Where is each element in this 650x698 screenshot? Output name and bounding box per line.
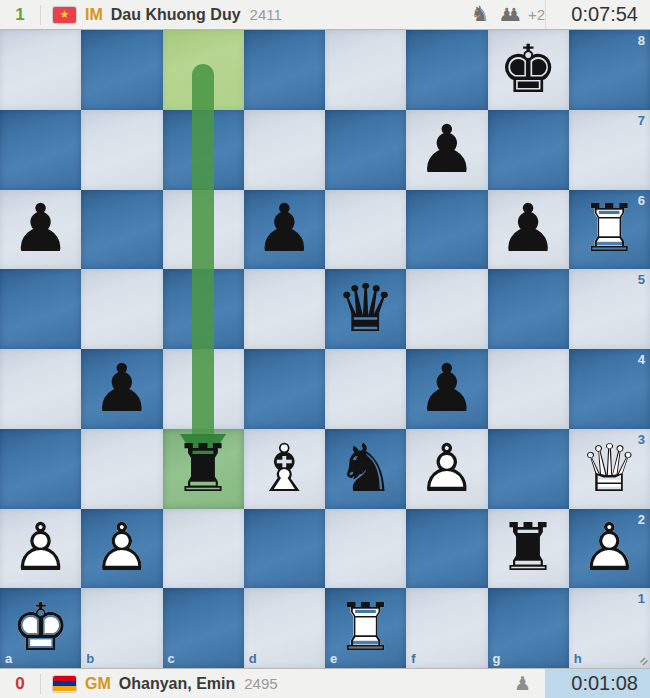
square-d4[interactable] bbox=[244, 349, 325, 429]
square-a7[interactable] bbox=[0, 110, 81, 190]
square-f7[interactable]: ♟ bbox=[406, 110, 487, 190]
square-d5[interactable] bbox=[244, 269, 325, 349]
square-b8[interactable] bbox=[81, 30, 162, 110]
square-f3[interactable]: ♟♙ bbox=[406, 429, 487, 509]
top-player-name: Dau Khuong Duy bbox=[111, 6, 241, 24]
square-g7[interactable] bbox=[488, 110, 569, 190]
captured-material: ♞ ♟♟ +2 bbox=[471, 4, 545, 25]
square-e3[interactable]: ♞ bbox=[325, 429, 406, 509]
square-b1[interactable]: b bbox=[81, 588, 162, 668]
square-e2[interactable] bbox=[325, 509, 406, 589]
square-f5[interactable] bbox=[406, 269, 487, 349]
square-d7[interactable] bbox=[244, 110, 325, 190]
piece-black-pawn[interactable]: ♟ bbox=[81, 349, 162, 429]
piece-white-pawn[interactable]: ♟♙ bbox=[0, 509, 81, 589]
piece-outline: ♙ bbox=[92, 515, 151, 581]
piece-white-bishop[interactable]: ♝♗ bbox=[244, 429, 325, 509]
piece-white-rook[interactable]: ♜♖ bbox=[569, 190, 650, 270]
file-label-d: d bbox=[249, 652, 257, 665]
top-player-score: 1 bbox=[0, 5, 40, 25]
captured-pawns-icon: ♟♟ bbox=[499, 6, 522, 24]
square-h7[interactable]: 7 bbox=[569, 110, 650, 190]
piece-outline: ♔ bbox=[11, 595, 70, 661]
square-e1[interactable]: e♜♖ bbox=[325, 588, 406, 668]
square-d3[interactable]: ♝♗ bbox=[244, 429, 325, 509]
piece-outline: ♕ bbox=[580, 436, 639, 502]
piece-outline: ♙ bbox=[580, 515, 639, 581]
piece-black-queen[interactable]: ♛ bbox=[325, 269, 406, 349]
square-d6[interactable]: ♟ bbox=[244, 190, 325, 270]
file-label-c: c bbox=[168, 652, 175, 665]
chess-board: ♚8♟7♟♟♟6♜♖♛5♟♟4♜♝♗♞♟♙3♛♕♟♙♟♙♜2♟♙a♚♔bcde♜… bbox=[0, 30, 650, 668]
piece-black-knight[interactable]: ♞ bbox=[325, 429, 406, 509]
square-b5[interactable] bbox=[81, 269, 162, 349]
rank-label-5: 5 bbox=[638, 273, 645, 286]
top-player-clock: 0:07:54 bbox=[545, 0, 650, 29]
square-g4[interactable] bbox=[488, 349, 569, 429]
square-e6[interactable] bbox=[325, 190, 406, 270]
square-a1[interactable]: a♚♔ bbox=[0, 588, 81, 668]
file-label-h: h bbox=[574, 652, 582, 665]
square-g3[interactable] bbox=[488, 429, 569, 509]
piece-black-rook[interactable]: ♜ bbox=[163, 429, 244, 509]
square-e8[interactable] bbox=[325, 30, 406, 110]
square-c2[interactable] bbox=[163, 509, 244, 589]
square-d8[interactable] bbox=[244, 30, 325, 110]
square-g2[interactable]: ♜ bbox=[488, 509, 569, 589]
rank-label-8: 8 bbox=[638, 34, 645, 47]
piece-black-pawn[interactable]: ♟ bbox=[406, 349, 487, 429]
piece-outline: ♖ bbox=[336, 595, 395, 661]
square-h5[interactable]: 5 bbox=[569, 269, 650, 349]
square-b6[interactable] bbox=[81, 190, 162, 270]
captured-knight-icon: ♞ bbox=[471, 4, 490, 25]
bottom-player-title: GM bbox=[85, 675, 111, 693]
separator bbox=[40, 674, 41, 694]
piece-black-king[interactable]: ♚ bbox=[488, 30, 569, 110]
bottom-player-name: Ohanyan, Emin bbox=[119, 675, 235, 693]
square-a4[interactable] bbox=[0, 349, 81, 429]
piece-black-pawn[interactable]: ♟ bbox=[0, 190, 81, 270]
square-d2[interactable] bbox=[244, 509, 325, 589]
square-a8[interactable] bbox=[0, 30, 81, 110]
top-player-rating: 2411 bbox=[250, 6, 282, 23]
rank-label-7: 7 bbox=[638, 114, 645, 127]
square-g5[interactable] bbox=[488, 269, 569, 349]
flag-star: ★ bbox=[60, 9, 70, 20]
square-h6[interactable]: 6♜♖ bbox=[569, 190, 650, 270]
bottom-player-score: 0 bbox=[0, 674, 40, 694]
square-b7[interactable] bbox=[81, 110, 162, 190]
armenia-flag-icon bbox=[53, 676, 76, 692]
square-h4[interactable]: 4 bbox=[569, 349, 650, 429]
piece-black-rook[interactable]: ♜ bbox=[488, 509, 569, 589]
square-b3[interactable] bbox=[81, 429, 162, 509]
square-a2[interactable]: ♟♙ bbox=[0, 509, 81, 589]
top-player-title: IM bbox=[85, 6, 103, 24]
square-f6[interactable] bbox=[406, 190, 487, 270]
vietnam-flag-icon: ★ bbox=[53, 7, 76, 23]
square-c6[interactable] bbox=[163, 190, 244, 270]
piece-white-queen[interactable]: ♛♕ bbox=[569, 429, 650, 509]
bottom-player-bar: 0 GM Ohanyan, Emin 2495 ♟ 0:01:08 bbox=[0, 668, 650, 698]
piece-outline: ♙ bbox=[11, 515, 70, 581]
piece-black-pawn[interactable]: ♟ bbox=[488, 190, 569, 270]
piece-white-king[interactable]: ♚♔ bbox=[0, 588, 81, 668]
square-e4[interactable] bbox=[325, 349, 406, 429]
top-player-bar: 1 ★ IM Dau Khuong Duy 2411 ♞ ♟♟ +2 0:07:… bbox=[0, 0, 650, 30]
square-b2[interactable]: ♟♙ bbox=[81, 509, 162, 589]
square-c3[interactable]: ♜ bbox=[163, 429, 244, 509]
bottom-player-rating: 2495 bbox=[244, 675, 277, 692]
piece-outline: ♗ bbox=[255, 436, 314, 502]
square-c1[interactable]: c bbox=[163, 588, 244, 668]
square-b4[interactable]: ♟ bbox=[81, 349, 162, 429]
square-c8[interactable] bbox=[163, 30, 244, 110]
square-c4[interactable] bbox=[163, 349, 244, 429]
file-label-b: b bbox=[86, 652, 94, 665]
file-label-g: g bbox=[493, 652, 501, 665]
square-c5[interactable] bbox=[163, 269, 244, 349]
piece-outline: ♙ bbox=[417, 436, 476, 502]
square-g1[interactable]: g bbox=[488, 588, 569, 668]
square-h3[interactable]: 3♛♕ bbox=[569, 429, 650, 509]
square-h2[interactable]: 2♟♙ bbox=[569, 509, 650, 589]
rank-label-4: 4 bbox=[638, 353, 645, 366]
piece-white-pawn[interactable]: ♟♙ bbox=[81, 509, 162, 589]
piece-black-pawn[interactable]: ♟ bbox=[244, 190, 325, 270]
board-area: ♚8♟7♟♟♟6♜♖♛5♟♟4♜♝♗♞♟♙3♛♕♟♙♟♙♜2♟♙a♚♔bcde♜… bbox=[0, 30, 650, 668]
piece-white-rook[interactable]: ♜♖ bbox=[325, 588, 406, 668]
square-g8[interactable]: ♚ bbox=[488, 30, 569, 110]
file-label-f: f bbox=[411, 652, 415, 665]
rank-label-1: 1 bbox=[638, 592, 645, 605]
bottom-player-clock: 0:01:08 bbox=[545, 669, 650, 698]
material-points: +2 bbox=[528, 6, 545, 23]
piece-black-pawn[interactable]: ♟ bbox=[406, 110, 487, 190]
separator bbox=[40, 5, 41, 25]
square-f8[interactable] bbox=[406, 30, 487, 110]
square-e7[interactable] bbox=[325, 110, 406, 190]
square-f2[interactable] bbox=[406, 509, 487, 589]
square-c7[interactable] bbox=[163, 110, 244, 190]
piece-white-pawn[interactable]: ♟♙ bbox=[569, 509, 650, 589]
square-h8[interactable]: 8 bbox=[569, 30, 650, 110]
square-d1[interactable]: d bbox=[244, 588, 325, 668]
square-a6[interactable]: ♟ bbox=[0, 190, 81, 270]
piece-outline: ♖ bbox=[580, 196, 639, 262]
square-f4[interactable]: ♟ bbox=[406, 349, 487, 429]
square-e5[interactable]: ♛ bbox=[325, 269, 406, 349]
chess-broadcast-app: 1 ★ IM Dau Khuong Duy 2411 ♞ ♟♟ +2 0:07:… bbox=[0, 0, 650, 698]
side-to-move-pawn-icon: ♟ bbox=[514, 674, 531, 693]
square-f1[interactable]: f bbox=[406, 588, 487, 668]
square-a3[interactable] bbox=[0, 429, 81, 509]
square-a5[interactable] bbox=[0, 269, 81, 349]
square-g6[interactable]: ♟ bbox=[488, 190, 569, 270]
piece-white-pawn[interactable]: ♟♙ bbox=[406, 429, 487, 509]
